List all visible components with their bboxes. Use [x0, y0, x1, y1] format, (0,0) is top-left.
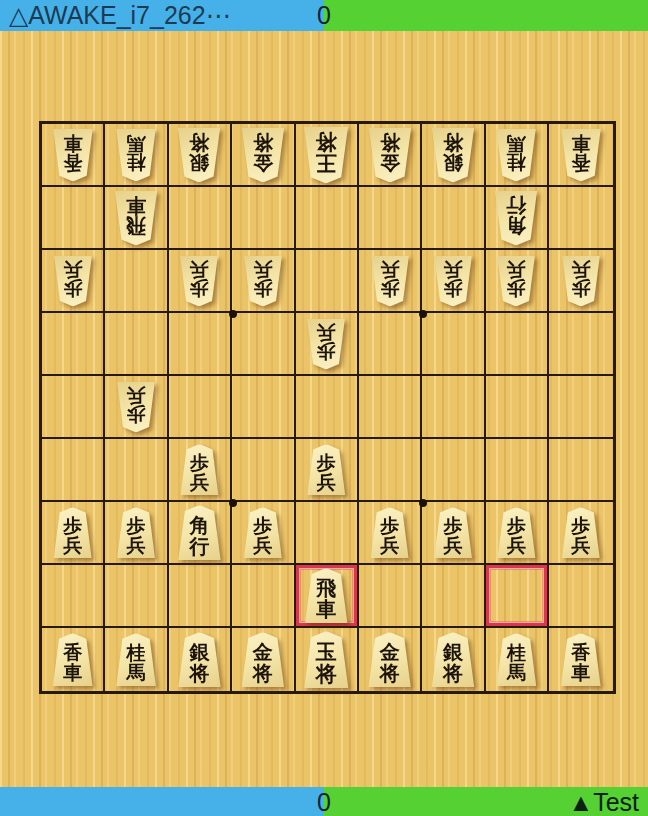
sente-bishop[interactable]: 角行: [176, 505, 223, 560]
square-39[interactable]: 銀将: [422, 628, 485, 691]
gote-pawn[interactable]: 歩兵: [560, 255, 602, 306]
star-point: [229, 499, 237, 507]
last-move-highlight: [486, 565, 547, 626]
square-29[interactable]: 桂馬: [486, 628, 549, 691]
star-point: [419, 499, 427, 507]
square-16[interactable]: [549, 439, 612, 502]
gote-gold[interactable]: 金将: [239, 127, 286, 182]
square-28[interactable]: [486, 565, 549, 628]
square-54[interactable]: 歩兵: [296, 313, 359, 376]
gote-pawn[interactable]: 歩兵: [432, 255, 474, 306]
square-47[interactable]: 歩兵: [359, 502, 422, 565]
sente-pawn[interactable]: 歩兵: [369, 507, 411, 558]
gote-player-name: △AWAKE_i7_262⋯: [9, 2, 231, 30]
square-56[interactable]: 歩兵: [296, 439, 359, 502]
sente-pawn[interactable]: 歩兵: [178, 444, 220, 495]
square-97[interactable]: 歩兵: [42, 502, 105, 565]
square-65[interactable]: [232, 376, 295, 439]
square-27[interactable]: 歩兵: [486, 502, 549, 565]
sente-king[interactable]: 玉将: [302, 631, 351, 688]
sente-pawn[interactable]: 歩兵: [115, 507, 157, 558]
square-98[interactable]: [42, 565, 105, 628]
square-34[interactable]: [422, 313, 485, 376]
square-44[interactable]: [359, 313, 422, 376]
square-96[interactable]: [42, 439, 105, 502]
square-59[interactable]: 玉将: [296, 628, 359, 691]
square-88[interactable]: [105, 565, 168, 628]
square-57[interactable]: [296, 502, 359, 565]
gote-knight[interactable]: 桂馬: [114, 128, 158, 181]
square-71[interactable]: 銀将: [169, 124, 232, 187]
square-95[interactable]: [42, 376, 105, 439]
square-75[interactable]: [169, 376, 232, 439]
square-68[interactable]: [232, 565, 295, 628]
gote-pawn[interactable]: 歩兵: [52, 255, 94, 306]
square-36[interactable]: [422, 439, 485, 502]
square-31[interactable]: 銀将: [422, 124, 485, 187]
square-35[interactable]: [422, 376, 485, 439]
sente-time: 0: [317, 789, 331, 816]
gote-time: 0: [317, 2, 331, 30]
gote-knight[interactable]: 桂馬: [494, 128, 538, 181]
square-86[interactable]: [105, 439, 168, 502]
sente-rook[interactable]: 飛車: [303, 568, 350, 623]
gote-pawn[interactable]: 歩兵: [305, 318, 347, 369]
square-89[interactable]: 桂馬: [105, 628, 168, 691]
gote-pawn[interactable]: 歩兵: [115, 381, 157, 432]
gote-bar-green-segment: [324, 0, 648, 31]
square-79[interactable]: 銀将: [169, 628, 232, 691]
square-63[interactable]: 歩兵: [232, 250, 295, 313]
square-74[interactable]: [169, 313, 232, 376]
square-67[interactable]: 歩兵: [232, 502, 295, 565]
square-55[interactable]: [296, 376, 359, 439]
gote-pawn[interactable]: 歩兵: [242, 255, 284, 306]
shogi-board: 香車桂馬銀将金将王将金将銀将桂馬香車飛車角行歩兵歩兵歩兵歩兵歩兵歩兵歩兵歩兵歩兵…: [39, 121, 616, 694]
sente-knight[interactable]: 桂馬: [114, 633, 158, 686]
square-14[interactable]: [549, 313, 612, 376]
square-26[interactable]: [486, 439, 549, 502]
square-41[interactable]: 金将: [359, 124, 422, 187]
square-62[interactable]: [232, 187, 295, 250]
square-83[interactable]: [105, 250, 168, 313]
gote-rook[interactable]: 飛車: [113, 190, 160, 245]
sente-knight[interactable]: 桂馬: [494, 633, 538, 686]
square-58[interactable]: 飛車: [296, 565, 359, 628]
gote-silver[interactable]: 銀将: [176, 127, 223, 182]
square-94[interactable]: [42, 313, 105, 376]
gote-pawn[interactable]: 歩兵: [369, 255, 411, 306]
square-76[interactable]: 歩兵: [169, 439, 232, 502]
square-46[interactable]: [359, 439, 422, 502]
gote-lance[interactable]: 香車: [51, 128, 95, 181]
square-69[interactable]: 金将: [232, 628, 295, 691]
square-12[interactable]: [549, 187, 612, 250]
gote-king[interactable]: 王将: [302, 126, 351, 183]
sente-bar-blue-segment: [0, 787, 324, 816]
square-73[interactable]: 歩兵: [169, 250, 232, 313]
square-64[interactable]: [232, 313, 295, 376]
square-38[interactable]: [422, 565, 485, 628]
square-17[interactable]: 歩兵: [549, 502, 612, 565]
square-48[interactable]: [359, 565, 422, 628]
sente-player-name: ▲Test: [568, 789, 639, 816]
square-85[interactable]: 歩兵: [105, 376, 168, 439]
square-81[interactable]: 桂馬: [105, 124, 168, 187]
square-72[interactable]: [169, 187, 232, 250]
sente-silver[interactable]: 銀将: [430, 632, 477, 687]
square-15[interactable]: [549, 376, 612, 439]
gote-pawn[interactable]: 歩兵: [495, 255, 537, 306]
square-92[interactable]: [42, 187, 105, 250]
square-33[interactable]: 歩兵: [422, 250, 485, 313]
square-22[interactable]: 角行: [486, 187, 549, 250]
square-61[interactable]: 金将: [232, 124, 295, 187]
sente-pawn[interactable]: 歩兵: [495, 507, 537, 558]
sente-lance[interactable]: 香車: [559, 633, 603, 686]
square-37[interactable]: 歩兵: [422, 502, 485, 565]
gote-gold[interactable]: 金将: [366, 127, 413, 182]
square-78[interactable]: [169, 565, 232, 628]
star-point: [229, 310, 237, 318]
square-24[interactable]: [486, 313, 549, 376]
gote-bishop[interactable]: 角行: [493, 190, 540, 245]
square-11[interactable]: 香車: [549, 124, 612, 187]
square-42[interactable]: [359, 187, 422, 250]
square-84[interactable]: [105, 313, 168, 376]
square-18[interactable]: [549, 565, 612, 628]
square-45[interactable]: [359, 376, 422, 439]
sente-silver[interactable]: 銀将: [176, 632, 223, 687]
square-13[interactable]: 歩兵: [549, 250, 612, 313]
square-99[interactable]: 香車: [42, 628, 105, 691]
square-21[interactable]: 桂馬: [486, 124, 549, 187]
sente-pawn[interactable]: 歩兵: [432, 507, 474, 558]
gote-lance[interactable]: 香車: [559, 128, 603, 181]
square-32[interactable]: [422, 187, 485, 250]
square-82[interactable]: 飛車: [105, 187, 168, 250]
square-25[interactable]: [486, 376, 549, 439]
square-53[interactable]: [296, 250, 359, 313]
sente-pawn[interactable]: 歩兵: [560, 507, 602, 558]
sente-gold[interactable]: 金将: [239, 632, 286, 687]
square-43[interactable]: 歩兵: [359, 250, 422, 313]
square-51[interactable]: 王将: [296, 124, 359, 187]
square-87[interactable]: 歩兵: [105, 502, 168, 565]
square-49[interactable]: 金将: [359, 628, 422, 691]
square-91[interactable]: 香車: [42, 124, 105, 187]
star-point: [419, 310, 427, 318]
gote-silver[interactable]: 銀将: [430, 127, 477, 182]
square-66[interactable]: [232, 439, 295, 502]
sente-lance[interactable]: 香車: [51, 633, 95, 686]
square-52[interactable]: [296, 187, 359, 250]
gote-pawn[interactable]: 歩兵: [178, 255, 220, 306]
sente-pawn[interactable]: 歩兵: [305, 444, 347, 495]
square-19[interactable]: 香車: [549, 628, 612, 691]
board-grid: 香車桂馬銀将金将王将金将銀将桂馬香車飛車角行歩兵歩兵歩兵歩兵歩兵歩兵歩兵歩兵歩兵…: [42, 124, 613, 691]
sente-gold[interactable]: 金将: [366, 632, 413, 687]
square-93[interactable]: 歩兵: [42, 250, 105, 313]
sente-pawn[interactable]: 歩兵: [52, 507, 94, 558]
square-23[interactable]: 歩兵: [486, 250, 549, 313]
square-77[interactable]: 角行: [169, 502, 232, 565]
sente-pawn[interactable]: 歩兵: [242, 507, 284, 558]
